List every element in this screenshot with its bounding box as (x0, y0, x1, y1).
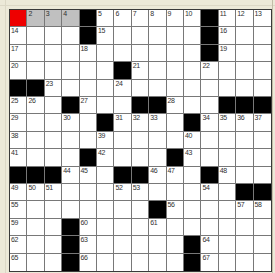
cell-r2c2[interactable] (27, 27, 44, 44)
cell-r5c14[interactable] (236, 80, 253, 97)
clue-number: 48 (220, 167, 227, 175)
cell-r3c2[interactable] (27, 45, 44, 62)
clue-number: 18 (81, 45, 88, 53)
clue-number: 32 (133, 114, 140, 122)
cell-r14c13[interactable] (219, 236, 236, 253)
clue-number: 3 (46, 10, 50, 18)
cell-r5c3[interactable]: 23 (45, 80, 62, 97)
cell-r1c8[interactable]: 7 (132, 10, 149, 27)
cell-r3c10[interactable] (167, 45, 184, 62)
cell-r12c11[interactable] (184, 201, 201, 218)
cell-r12c12[interactable] (201, 201, 218, 218)
cell-r15c3[interactable] (45, 254, 62, 271)
cell-r8c2[interactable] (27, 132, 44, 149)
clue-number: 33 (150, 114, 157, 122)
clue-number: 11 (220, 10, 226, 18)
cell-r13c6[interactable] (97, 219, 114, 236)
crossword-grid: 2345678910111213141516171819202122232425… (9, 9, 272, 272)
clue-number: 25 (11, 97, 18, 105)
cell-r15c11 (184, 254, 201, 271)
clue-number: 64 (202, 236, 209, 244)
cell-r1c14[interactable]: 12 (236, 10, 253, 27)
clue-number: 27 (81, 97, 88, 105)
cell-r7c7[interactable]: 31 (114, 114, 131, 131)
cell-r15c4 (62, 254, 79, 271)
clue-number: 59 (11, 219, 18, 227)
clue-number: 39 (98, 132, 105, 140)
cell-r6c10[interactable]: 28 (167, 97, 184, 114)
cell-r7c3[interactable] (45, 114, 62, 131)
cell-r4c3[interactable] (45, 62, 62, 79)
cell-r15c1[interactable]: 65 (10, 254, 27, 271)
cell-r13c3[interactable] (45, 219, 62, 236)
clue-number: 36 (237, 114, 244, 122)
cell-r3c11[interactable] (184, 45, 201, 62)
clue-number: 15 (98, 27, 105, 35)
cell-r2c12 (201, 27, 218, 44)
cell-r14c10[interactable] (167, 236, 184, 253)
cell-r4c12[interactable]: 22 (201, 62, 218, 79)
cell-r7c4[interactable]: 30 (62, 114, 79, 131)
cell-r4c4[interactable] (62, 62, 79, 79)
cell-r3c12 (201, 45, 218, 62)
cell-r12c1[interactable]: 55 (10, 201, 27, 218)
cell-r12c15[interactable]: 58 (254, 201, 271, 218)
clue-number: 12 (237, 10, 244, 18)
clue-number: 17 (11, 45, 18, 53)
cell-r2c10[interactable] (167, 27, 184, 44)
cell-r12c14[interactable]: 57 (236, 201, 253, 218)
cell-r4c5[interactable] (80, 62, 97, 79)
cell-r11c10[interactable] (167, 184, 184, 201)
clue-number: 5 (98, 10, 102, 18)
clue-number: 38 (11, 132, 18, 140)
cell-r6c12[interactable] (201, 97, 218, 114)
cell-r3c4[interactable] (62, 45, 79, 62)
cell-r1c2[interactable]: 2 (27, 10, 44, 27)
cell-r8c6[interactable]: 39 (97, 132, 114, 149)
cell-r4c15[interactable] (254, 62, 271, 79)
clue-number: 22 (202, 62, 209, 70)
cell-r13c12[interactable] (201, 219, 218, 236)
clue-number: 14 (11, 27, 18, 35)
clue-number: 23 (46, 80, 53, 88)
cell-r7c2[interactable] (27, 114, 44, 131)
cell-r15c9[interactable] (149, 254, 166, 271)
clue-number: 42 (98, 149, 105, 157)
cell-r15c15[interactable] (254, 254, 271, 271)
cell-r8c8[interactable] (132, 132, 149, 149)
cell-r12c10[interactable]: 56 (167, 201, 184, 218)
cell-r9c8[interactable] (132, 149, 149, 166)
cell-r1c1[interactable] (10, 10, 27, 27)
cell-r13c15[interactable] (254, 219, 271, 236)
cell-r6c2[interactable]: 26 (27, 97, 44, 114)
cell-r4c1[interactable]: 20 (10, 62, 27, 79)
cell-r2c8[interactable] (132, 27, 149, 44)
window-edge-shadow-right (272, 0, 273, 273)
window-edge-groove-top (0, 5, 275, 6)
cell-r10c6[interactable] (97, 167, 114, 184)
clue-number: 55 (11, 201, 18, 209)
cell-r10c3 (45, 167, 62, 184)
clue-number: 65 (11, 254, 18, 262)
cell-r11c2[interactable]: 50 (27, 184, 44, 201)
cell-r14c9[interactable] (149, 236, 166, 253)
cell-r9c6[interactable]: 42 (97, 149, 114, 166)
cell-r15c8[interactable] (132, 254, 149, 271)
cell-r1c7[interactable]: 6 (114, 10, 131, 27)
cell-r4c13[interactable] (219, 62, 236, 79)
clue-number: 50 (28, 184, 35, 192)
cell-r11c6[interactable] (97, 184, 114, 201)
cell-r10c8 (132, 167, 149, 184)
cell-r9c2[interactable] (27, 149, 44, 166)
clue-number: 54 (202, 184, 209, 192)
cell-r4c11[interactable] (184, 62, 201, 79)
cell-r12c3[interactable] (45, 201, 62, 218)
cell-r7c10[interactable] (167, 114, 184, 131)
clue-number: 28 (168, 97, 175, 105)
clue-number: 34 (202, 114, 209, 122)
cell-r12c9 (149, 201, 166, 218)
clue-number: 61 (150, 219, 157, 227)
clue-number: 10 (185, 10, 192, 18)
cell-r1c10[interactable]: 9 (167, 10, 184, 27)
cell-r5c9[interactable] (149, 80, 166, 97)
cell-r13c13[interactable] (219, 219, 236, 236)
clue-number: 35 (220, 114, 227, 122)
cell-r3c13[interactable]: 19 (219, 45, 236, 62)
clue-number: 51 (46, 184, 53, 192)
clue-number: 29 (11, 114, 18, 122)
clue-number: 7 (133, 10, 137, 18)
cell-r4c14[interactable] (236, 62, 253, 79)
clue-number: 13 (255, 10, 262, 18)
cell-r2c1[interactable]: 14 (10, 27, 27, 44)
cell-r8c15[interactable] (254, 132, 271, 149)
cell-r3c1[interactable]: 17 (10, 45, 27, 62)
cell-r12c8[interactable] (132, 201, 149, 218)
cell-r13c10[interactable] (167, 219, 184, 236)
cell-r2c13[interactable]: 16 (219, 27, 236, 44)
cell-r3c5[interactable]: 18 (80, 45, 97, 62)
cell-r8c3[interactable] (45, 132, 62, 149)
cell-r10c13[interactable]: 48 (219, 167, 236, 184)
cell-r1c12 (201, 10, 218, 27)
cell-r11c14 (236, 184, 253, 201)
cell-r9c7[interactable] (114, 149, 131, 166)
cell-r9c15[interactable] (254, 149, 271, 166)
cell-r14c14[interactable] (236, 236, 253, 253)
cell-r11c8[interactable]: 53 (132, 184, 149, 201)
clue-number: 56 (168, 201, 175, 209)
cell-r7c1[interactable]: 29 (10, 114, 27, 131)
cell-r13c4 (62, 219, 79, 236)
cell-r5c7[interactable]: 24 (114, 80, 131, 97)
cell-r1c6[interactable]: 5 (97, 10, 114, 27)
clue-number: 20 (11, 62, 18, 70)
cell-r6c14 (236, 97, 253, 114)
cell-r2c15[interactable] (254, 27, 271, 44)
clue-number: 16 (220, 27, 227, 35)
cell-r10c10[interactable]: 47 (167, 167, 184, 184)
cell-r8c14[interactable] (236, 132, 253, 149)
cell-r4c7 (114, 62, 131, 79)
cell-r13c11[interactable] (184, 219, 201, 236)
clue-number: 4 (63, 10, 67, 18)
clue-number: 53 (133, 184, 140, 192)
cell-r11c1[interactable]: 49 (10, 184, 27, 201)
cell-r15c5[interactable]: 66 (80, 254, 97, 271)
cell-r11c5[interactable] (80, 184, 97, 201)
cell-r1c4[interactable]: 4 (62, 10, 79, 27)
cell-r13c8[interactable] (132, 219, 149, 236)
cell-r10c2 (27, 167, 44, 184)
cell-r13c9[interactable]: 61 (149, 219, 166, 236)
cell-r12c5[interactable] (80, 201, 97, 218)
cell-r5c11[interactable] (184, 80, 201, 97)
cell-r9c1[interactable]: 41 (10, 149, 27, 166)
cell-r3c3[interactable] (45, 45, 62, 62)
cell-r6c11[interactable] (184, 97, 201, 114)
cell-r5c13[interactable] (219, 80, 236, 97)
cell-r10c1 (10, 167, 27, 184)
cell-r1c5 (80, 10, 97, 27)
window-edge-groove-left (5, 0, 6, 273)
cell-r11c3[interactable]: 51 (45, 184, 62, 201)
cell-r12c6[interactable] (97, 201, 114, 218)
cell-r8c4[interactable] (62, 132, 79, 149)
cell-r2c14[interactable] (236, 27, 253, 44)
cell-r9c9[interactable] (149, 149, 166, 166)
clue-number: 60 (81, 219, 88, 227)
cell-r7c11 (184, 114, 201, 131)
cell-r7c12[interactable]: 34 (201, 114, 218, 131)
cell-r15c10[interactable] (167, 254, 184, 271)
cell-r4c6[interactable] (97, 62, 114, 79)
cell-r10c5[interactable]: 45 (80, 167, 97, 184)
cell-r13c2[interactable] (27, 219, 44, 236)
cell-r15c12[interactable]: 67 (201, 254, 218, 271)
cell-r1c9[interactable]: 8 (149, 10, 166, 27)
cell-r6c15 (254, 97, 271, 114)
cell-r15c2[interactable] (27, 254, 44, 271)
cell-r8c1[interactable]: 38 (10, 132, 27, 149)
cell-r10c11[interactable] (184, 167, 201, 184)
cell-r14c8[interactable] (132, 236, 149, 253)
cell-r7c6 (97, 114, 114, 131)
cell-r14c15[interactable] (254, 236, 271, 253)
cell-r10c9[interactable]: 46 (149, 167, 166, 184)
cell-r9c3[interactable] (45, 149, 62, 166)
cell-r2c11[interactable] (184, 27, 201, 44)
clue-number: 66 (81, 254, 88, 262)
clue-number: 49 (11, 184, 18, 192)
cell-r8c7[interactable] (114, 132, 131, 149)
cell-r5c15[interactable] (254, 80, 271, 97)
cell-r8c10[interactable] (167, 132, 184, 149)
cell-r8c13[interactable] (219, 132, 236, 149)
clue-number: 57 (237, 201, 244, 209)
cell-r8c12[interactable] (201, 132, 218, 149)
cell-r3c15[interactable] (254, 45, 271, 62)
cell-r6c7[interactable] (114, 97, 131, 114)
cell-r3c8[interactable] (132, 45, 149, 62)
cell-r1c13[interactable]: 11 (219, 10, 236, 27)
cell-r10c14[interactable] (236, 167, 253, 184)
cell-r14c1[interactable]: 62 (10, 236, 27, 253)
clue-number: 8 (150, 10, 154, 18)
cell-r8c5[interactable] (80, 132, 97, 149)
cell-r4c9[interactable] (149, 62, 166, 79)
clue-number: 41 (11, 149, 18, 157)
clue-number: 21 (133, 62, 140, 70)
cell-r13c14[interactable] (236, 219, 253, 236)
cell-r5c1 (10, 80, 27, 97)
cell-r12c7[interactable] (114, 201, 131, 218)
clue-number: 37 (255, 114, 262, 122)
clue-number: 63 (81, 236, 88, 244)
crossword-app-window: { "game": "crossword", "grid_size": { "r… (0, 0, 275, 273)
cell-r7c14[interactable]: 36 (236, 114, 253, 131)
clue-number: 52 (115, 184, 122, 192)
clue-number: 30 (63, 114, 70, 122)
cell-r2c7[interactable] (114, 27, 131, 44)
cell-r6c9 (149, 97, 166, 114)
cell-r10c7 (114, 167, 131, 184)
cell-r6c8 (132, 97, 149, 114)
cell-r1c11[interactable]: 10 (184, 10, 201, 27)
cell-r7c8[interactable]: 32 (132, 114, 149, 131)
cell-r8c11[interactable]: 40 (184, 132, 201, 149)
cell-r7c5[interactable] (80, 114, 97, 131)
cell-r5c10[interactable] (167, 80, 184, 97)
cell-r13c7[interactable] (114, 219, 131, 236)
cell-r13c1[interactable]: 59 (10, 219, 27, 236)
clue-number: 40 (185, 132, 192, 140)
cell-r11c4[interactable] (62, 184, 79, 201)
cell-r15c7[interactable] (114, 254, 131, 271)
clue-number: 19 (220, 45, 227, 53)
cell-r11c12[interactable]: 54 (201, 184, 218, 201)
cell-r9c12[interactable] (201, 149, 218, 166)
cell-r7c15[interactable]: 37 (254, 114, 271, 131)
cell-r10c15[interactable] (254, 167, 271, 184)
cell-r14c7[interactable] (114, 236, 131, 253)
cell-r1c3[interactable]: 3 (45, 10, 62, 27)
clue-number: 47 (168, 167, 175, 175)
clue-number: 67 (202, 254, 209, 262)
cell-r5c12[interactable] (201, 80, 218, 97)
cell-r7c9[interactable]: 33 (149, 114, 166, 131)
cell-r15c14[interactable] (236, 254, 253, 271)
cell-r14c12[interactable]: 64 (201, 236, 218, 253)
cell-r7c13[interactable]: 35 (219, 114, 236, 131)
cell-r2c9[interactable] (149, 27, 166, 44)
cell-r5c2 (27, 80, 44, 97)
clue-number: 46 (150, 167, 157, 175)
cell-r14c11 (184, 236, 201, 253)
cell-r12c4[interactable] (62, 201, 79, 218)
cell-r3c6[interactable] (97, 45, 114, 62)
clue-number: 6 (115, 10, 119, 18)
cell-r3c14[interactable] (236, 45, 253, 62)
cell-r9c10 (167, 149, 184, 166)
cell-r9c14[interactable] (236, 149, 253, 166)
cell-r9c4[interactable] (62, 149, 79, 166)
cell-r4c2[interactable] (27, 62, 44, 79)
cell-r6c6[interactable] (97, 97, 114, 114)
cell-r6c5[interactable]: 27 (80, 97, 97, 114)
cell-r6c3[interactable] (45, 97, 62, 114)
cell-r11c11[interactable] (184, 184, 201, 201)
cell-r5c8[interactable] (132, 80, 149, 97)
cell-r13c5[interactable]: 60 (80, 219, 97, 236)
cell-r4c8[interactable]: 21 (132, 62, 149, 79)
cell-r11c15 (254, 184, 271, 201)
cell-r10c12 (201, 167, 218, 184)
cell-r2c3[interactable] (45, 27, 62, 44)
cell-r14c4 (62, 236, 79, 253)
clue-number: 62 (11, 236, 18, 244)
clue-number: 45 (81, 167, 88, 175)
cell-r5c6[interactable] (97, 80, 114, 97)
cell-r15c6[interactable] (97, 254, 114, 271)
cell-r11c9[interactable] (149, 184, 166, 201)
cell-r12c2[interactable] (27, 201, 44, 218)
clue-number: 31 (115, 114, 122, 122)
cell-r9c5 (80, 149, 97, 166)
cell-r3c7[interactable] (114, 45, 131, 62)
cell-r1c15[interactable]: 13 (254, 10, 271, 27)
cell-r2c5 (80, 27, 97, 44)
cell-r3c9[interactable] (149, 45, 166, 62)
clue-number: 26 (28, 97, 35, 105)
cell-r2c4[interactable] (62, 27, 79, 44)
cell-r11c13[interactable] (219, 184, 236, 201)
cell-r15c13[interactable] (219, 254, 236, 271)
cell-r6c1[interactable]: 25 (10, 97, 27, 114)
cell-r5c5[interactable] (80, 80, 97, 97)
cell-r11c7[interactable]: 52 (114, 184, 131, 201)
cell-r12c13[interactable] (219, 201, 236, 218)
clue-number: 43 (185, 149, 192, 157)
cell-r10c4[interactable]: 44 (62, 167, 79, 184)
cell-r9c13[interactable] (219, 149, 236, 166)
cell-r4c10[interactable] (167, 62, 184, 79)
clue-number: 9 (168, 10, 172, 18)
clue-number: 2 (28, 10, 32, 18)
cell-r8c9[interactable] (149, 132, 166, 149)
cell-r5c4[interactable] (62, 80, 79, 97)
cell-r6c4 (62, 97, 79, 114)
cell-r14c3[interactable] (45, 236, 62, 253)
cell-r14c2[interactable] (27, 236, 44, 253)
cell-r9c11[interactable]: 43 (184, 149, 201, 166)
cell-r14c5[interactable]: 63 (80, 236, 97, 253)
cell-r14c6[interactable] (97, 236, 114, 253)
cell-r6c13 (219, 97, 236, 114)
cell-r2c6[interactable]: 15 (97, 27, 114, 44)
clue-number: 44 (63, 167, 70, 175)
clue-number: 58 (255, 201, 262, 209)
clue-number: 24 (115, 80, 122, 88)
